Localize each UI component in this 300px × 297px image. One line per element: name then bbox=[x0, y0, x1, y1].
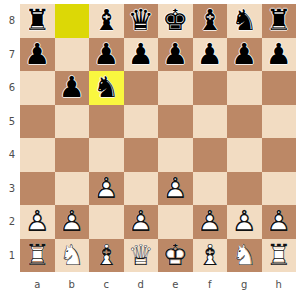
piece-outline: ♘ bbox=[55, 239, 90, 273]
square-g5[interactable] bbox=[227, 105, 262, 139]
white-pawn-h2[interactable]: ♟♙ bbox=[262, 205, 297, 239]
square-h2[interactable]: ♟♙ bbox=[262, 205, 297, 239]
white-queen-d1[interactable]: ♛♕ bbox=[124, 239, 159, 273]
square-g8[interactable]: ♞ bbox=[227, 4, 262, 38]
square-h7[interactable]: ♟ bbox=[262, 38, 297, 72]
piece-outline: ♙ bbox=[124, 205, 159, 239]
piece-outline: ♖ bbox=[262, 239, 297, 273]
rank-label-8: 8 bbox=[0, 4, 20, 38]
square-h3[interactable] bbox=[262, 172, 297, 206]
square-d5[interactable] bbox=[124, 105, 159, 139]
square-c2[interactable] bbox=[89, 205, 124, 239]
piece-outline: ♗ bbox=[89, 239, 124, 273]
square-g3[interactable] bbox=[227, 172, 262, 206]
rank-label-2: 2 bbox=[0, 205, 20, 239]
black-bishop-c8[interactable]: ♝ bbox=[89, 4, 124, 38]
white-bishop-c1[interactable]: ♝♗ bbox=[89, 239, 124, 273]
square-g6[interactable] bbox=[227, 71, 262, 105]
piece-outline: ♖ bbox=[20, 239, 55, 273]
square-c7[interactable]: ♟ bbox=[89, 38, 124, 72]
piece-outline: ♙ bbox=[227, 205, 262, 239]
white-king-e1[interactable]: ♚♔ bbox=[158, 239, 193, 273]
square-e5[interactable] bbox=[158, 105, 193, 139]
white-pawn-a2[interactable]: ♟♙ bbox=[20, 205, 55, 239]
square-d4[interactable] bbox=[124, 138, 159, 172]
file-label-a: a bbox=[20, 272, 55, 290]
square-h5[interactable] bbox=[262, 105, 297, 139]
file-label-c: c bbox=[89, 272, 124, 290]
black-bishop-f8[interactable]: ♝ bbox=[193, 4, 228, 38]
square-b8[interactable] bbox=[55, 4, 90, 38]
rank-label-4: 4 bbox=[0, 138, 20, 172]
square-b5[interactable] bbox=[55, 105, 90, 139]
white-knight-b1[interactable]: ♞♘ bbox=[55, 239, 90, 273]
white-rook-a1[interactable]: ♜♖ bbox=[20, 239, 55, 273]
black-pawn-d7[interactable]: ♟ bbox=[124, 38, 159, 72]
square-e8[interactable]: ♚ bbox=[158, 4, 193, 38]
file-label-g: g bbox=[227, 272, 262, 290]
square-f5[interactable] bbox=[193, 105, 228, 139]
white-knight-g1[interactable]: ♞♘ bbox=[227, 239, 262, 273]
piece-outline: ♙ bbox=[158, 172, 193, 206]
white-pawn-b2[interactable]: ♟♙ bbox=[55, 205, 90, 239]
square-h4[interactable] bbox=[262, 138, 297, 172]
piece-outline: ♙ bbox=[262, 205, 297, 239]
piece-outline: ♙ bbox=[20, 205, 55, 239]
square-f8[interactable]: ♝ bbox=[193, 4, 228, 38]
black-rook-a8[interactable]: ♜ bbox=[20, 4, 55, 38]
square-a4[interactable] bbox=[20, 138, 55, 172]
square-e1[interactable]: ♚♔ bbox=[158, 239, 193, 273]
square-d1[interactable]: ♛♕ bbox=[124, 239, 159, 273]
rank-label-5: 5 bbox=[0, 105, 20, 139]
square-c5[interactable] bbox=[89, 105, 124, 139]
square-d7[interactable]: ♟ bbox=[124, 38, 159, 72]
square-f7[interactable]: ♟ bbox=[193, 38, 228, 72]
white-pawn-e3[interactable]: ♟♙ bbox=[158, 172, 193, 206]
square-b7[interactable] bbox=[55, 38, 90, 72]
file-label-b: b bbox=[55, 272, 90, 290]
file-label-e: e bbox=[158, 272, 193, 290]
square-f1[interactable]: ♝♗ bbox=[193, 239, 228, 273]
square-g2[interactable]: ♟♙ bbox=[227, 205, 262, 239]
chess-board-panel: 87654321 ♜♝♛♚♝♞♜♟♟♟♟♟♟♟♟♞♟♙♟♙♟♙♟♙♟♙♟♙♟♙♟… bbox=[0, 0, 300, 297]
file-label-d: d bbox=[124, 272, 159, 290]
file-label-f: f bbox=[193, 272, 228, 290]
piece-outline: ♕ bbox=[124, 239, 159, 273]
rank-label-1: 1 bbox=[0, 239, 20, 273]
white-rook-h1[interactable]: ♜♖ bbox=[262, 239, 297, 273]
square-e4[interactable] bbox=[158, 138, 193, 172]
piece-outline: ♙ bbox=[55, 205, 90, 239]
square-a8[interactable]: ♜ bbox=[20, 4, 55, 38]
white-bishop-f1[interactable]: ♝♗ bbox=[193, 239, 228, 273]
square-a3[interactable] bbox=[20, 172, 55, 206]
square-a6[interactable] bbox=[20, 71, 55, 105]
square-c6[interactable]: ♞ bbox=[89, 71, 124, 105]
file-label-h: h bbox=[262, 272, 297, 290]
black-pawn-b6[interactable]: ♟ bbox=[55, 71, 90, 105]
black-pawn-a7[interactable]: ♟ bbox=[20, 38, 55, 72]
square-f6[interactable] bbox=[193, 71, 228, 105]
white-pawn-g2[interactable]: ♟♙ bbox=[227, 205, 262, 239]
black-pawn-h7[interactable]: ♟ bbox=[262, 38, 297, 72]
white-pawn-f2[interactable]: ♟♙ bbox=[193, 205, 228, 239]
black-pawn-c7[interactable]: ♟ bbox=[89, 38, 124, 72]
piece-outline: ♘ bbox=[227, 239, 262, 273]
rank-label-3: 3 bbox=[0, 172, 20, 206]
piece-outline: ♙ bbox=[193, 205, 228, 239]
square-a2[interactable]: ♟♙ bbox=[20, 205, 55, 239]
square-c3[interactable]: ♟♙ bbox=[89, 172, 124, 206]
black-rook-h8[interactable]: ♜ bbox=[262, 4, 297, 38]
square-e3[interactable]: ♟♙ bbox=[158, 172, 193, 206]
black-pawn-f7[interactable]: ♟ bbox=[193, 38, 228, 72]
square-d3[interactable] bbox=[124, 172, 159, 206]
square-e7[interactable]: ♟ bbox=[158, 38, 193, 72]
square-d6[interactable] bbox=[124, 71, 159, 105]
rank-label-7: 7 bbox=[0, 38, 20, 72]
black-knight-c6[interactable]: ♞ bbox=[89, 71, 124, 105]
square-h1[interactable]: ♜♖ bbox=[262, 239, 297, 273]
rank-labels: 87654321 bbox=[0, 4, 20, 272]
square-f3[interactable] bbox=[193, 172, 228, 206]
piece-outline: ♙ bbox=[89, 172, 124, 206]
white-pawn-d2[interactable]: ♟♙ bbox=[124, 205, 159, 239]
rank-label-6: 6 bbox=[0, 71, 20, 105]
black-queen-d8[interactable]: ♛ bbox=[124, 4, 159, 38]
white-pawn-c3[interactable]: ♟♙ bbox=[89, 172, 124, 206]
square-d2[interactable]: ♟♙ bbox=[124, 205, 159, 239]
square-c4[interactable] bbox=[89, 138, 124, 172]
piece-outline: ♔ bbox=[158, 239, 193, 273]
black-pawn-g7[interactable]: ♟ bbox=[227, 38, 262, 72]
square-f2[interactable]: ♟♙ bbox=[193, 205, 228, 239]
square-g1[interactable]: ♞♘ bbox=[227, 239, 262, 273]
square-a5[interactable] bbox=[20, 105, 55, 139]
square-e6[interactable] bbox=[158, 71, 193, 105]
square-f4[interactable] bbox=[193, 138, 228, 172]
square-b1[interactable]: ♞♘ bbox=[55, 239, 90, 273]
piece-outline: ♗ bbox=[193, 239, 228, 273]
square-e2[interactable] bbox=[158, 205, 193, 239]
square-c8[interactable]: ♝ bbox=[89, 4, 124, 38]
square-g4[interactable] bbox=[227, 138, 262, 172]
square-g7[interactable]: ♟ bbox=[227, 38, 262, 72]
board-area: 87654321 ♜♝♛♚♝♞♜♟♟♟♟♟♟♟♟♞♟♙♟♙♟♙♟♙♟♙♟♙♟♙♟… bbox=[0, 0, 300, 272]
square-a7[interactable]: ♟ bbox=[20, 38, 55, 72]
square-d8[interactable]: ♛ bbox=[124, 4, 159, 38]
chess-board: ♜♝♛♚♝♞♜♟♟♟♟♟♟♟♟♞♟♙♟♙♟♙♟♙♟♙♟♙♟♙♟♙♜♖♞♘♝♗♛♕… bbox=[20, 4, 296, 272]
square-b2[interactable]: ♟♙ bbox=[55, 205, 90, 239]
square-b4[interactable] bbox=[55, 138, 90, 172]
square-c1[interactable]: ♝♗ bbox=[89, 239, 124, 273]
black-pawn-e7[interactable]: ♟ bbox=[158, 38, 193, 72]
black-knight-g8[interactable]: ♞ bbox=[227, 4, 262, 38]
square-b6[interactable]: ♟ bbox=[55, 71, 90, 105]
square-a1[interactable]: ♜♖ bbox=[20, 239, 55, 273]
square-b3[interactable] bbox=[55, 172, 90, 206]
black-king-e8[interactable]: ♚ bbox=[158, 4, 193, 38]
file-labels: abcdefgh bbox=[20, 272, 300, 290]
square-h6[interactable] bbox=[262, 71, 297, 105]
square-h8[interactable]: ♜ bbox=[262, 4, 297, 38]
